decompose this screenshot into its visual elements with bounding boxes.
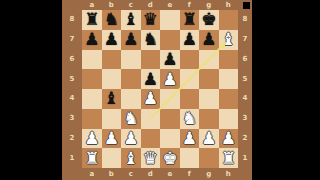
square-g4[interactable] [199,89,219,109]
square-e6[interactable]: ♟ [160,50,180,70]
square-a4[interactable] [82,89,102,109]
square-c8[interactable]: ♝ [121,10,141,30]
piece-white-bishop[interactable]: ♝ [221,30,236,49]
piece-black-knight[interactable]: ♞ [104,10,119,29]
square-c4[interactable] [121,89,141,109]
square-f7[interactable]: ♟ [180,30,200,50]
piece-white-rook[interactable]: ♜ [221,149,236,168]
square-b8[interactable]: ♞ [102,10,122,30]
square-h7[interactable]: ♝ [219,30,239,50]
piece-white-pawn[interactable]: ♟ [143,89,158,108]
square-f8[interactable]: ♜ [180,10,200,30]
piece-white-pawn[interactable]: ♟ [104,129,119,148]
piece-black-queen[interactable]: ♛ [143,10,158,29]
square-e7[interactable] [160,30,180,50]
square-g1[interactable] [199,148,219,168]
rank-labels-left: 87654321 [62,10,82,168]
square-h8[interactable] [219,10,239,30]
rank-label-4: 4 [62,89,82,109]
square-c6[interactable] [121,50,141,70]
square-g8[interactable]: ♚ [199,10,219,30]
file-label-c: c [121,168,141,180]
piece-black-bishop[interactable]: ♝ [123,10,138,29]
piece-black-pawn[interactable]: ♟ [201,30,216,49]
rank-label-1: 1 [62,148,82,168]
page-background: abcdefgh 87654321 ♜♞♝♛♜♚♟♟♟♞♟♟♝♟♟♟♝♟♞♞♟♟… [0,0,320,180]
square-f4[interactable] [180,89,200,109]
square-g5[interactable] [199,69,219,89]
piece-white-pawn[interactable]: ♟ [182,129,197,148]
square-g3[interactable] [199,109,219,129]
square-f3[interactable]: ♞ [180,109,200,129]
square-a8[interactable]: ♜ [82,10,102,30]
square-f6[interactable] [180,50,200,70]
rank-label-6: 6 [238,50,252,70]
rank-label-1: 1 [238,148,252,168]
square-f2[interactable]: ♟ [180,129,200,149]
piece-black-pawn[interactable]: ♟ [84,30,99,49]
piece-white-knight[interactable]: ♞ [123,109,138,128]
square-b1[interactable] [102,148,122,168]
square-e3[interactable] [160,109,180,129]
square-g6[interactable] [199,50,219,70]
square-h1[interactable]: ♜ [219,148,239,168]
square-e2[interactable] [160,129,180,149]
piece-white-queen[interactable]: ♛ [143,149,158,168]
square-c5[interactable] [121,69,141,89]
file-label-e: e [160,168,180,180]
piece-white-pawn[interactable]: ♟ [162,70,177,89]
square-h5[interactable] [219,69,239,89]
side-to-move-indicator [243,2,250,9]
square-c3[interactable]: ♞ [121,109,141,129]
square-b5[interactable] [102,69,122,89]
square-d4[interactable]: ♟ [141,89,161,109]
rank-label-7: 7 [238,30,252,50]
piece-black-pawn[interactable]: ♟ [143,70,158,89]
square-b2[interactable]: ♟ [102,129,122,149]
square-f5[interactable] [180,69,200,89]
file-label-h: h [219,168,239,180]
file-label-h: h [219,0,239,10]
rank-label-5: 5 [238,69,252,89]
piece-black-king[interactable]: ♚ [201,10,216,29]
rank-label-7: 7 [62,30,82,50]
piece-black-rook[interactable]: ♜ [84,10,99,29]
square-g7[interactable]: ♟ [199,30,219,50]
rank-label-4: 4 [238,89,252,109]
square-a1[interactable]: ♜ [82,148,102,168]
square-e1[interactable]: ♚ [160,148,180,168]
piece-white-pawn[interactable]: ♟ [221,129,236,148]
square-b6[interactable] [102,50,122,70]
piece-black-bishop[interactable]: ♝ [104,89,119,108]
square-a6[interactable] [82,50,102,70]
square-h2[interactable]: ♟ [219,129,239,149]
piece-black-knight[interactable]: ♞ [143,30,158,49]
square-g2[interactable]: ♟ [199,129,219,149]
piece-black-pawn[interactable]: ♟ [104,30,119,49]
piece-black-pawn[interactable]: ♟ [123,30,138,49]
square-b4[interactable]: ♝ [102,89,122,109]
square-b7[interactable]: ♟ [102,30,122,50]
rank-label-2: 2 [62,129,82,149]
rank-labels-right: 87654321 [238,10,252,168]
square-h6[interactable] [219,50,239,70]
square-d5[interactable]: ♟ [141,69,161,89]
piece-white-pawn[interactable]: ♟ [201,129,216,148]
square-a7[interactable]: ♟ [82,30,102,50]
rank-label-2: 2 [238,129,252,149]
square-d8[interactable]: ♛ [141,10,161,30]
piece-white-rook[interactable]: ♜ [84,149,99,168]
piece-black-pawn[interactable]: ♟ [182,30,197,49]
square-d6[interactable] [141,50,161,70]
file-label-b: b [102,168,122,180]
square-e8[interactable] [160,10,180,30]
rank-label-3: 3 [62,109,82,129]
square-e5[interactable]: ♟ [160,69,180,89]
square-c2[interactable]: ♟ [121,129,141,149]
square-a5[interactable] [82,69,102,89]
piece-black-pawn[interactable]: ♟ [162,50,177,69]
file-label-d: d [141,168,161,180]
file-label-a: a [82,168,102,180]
chess-board: abcdefgh 87654321 ♜♞♝♛♜♚♟♟♟♞♟♟♝♟♟♟♝♟♞♞♟♟… [62,0,252,180]
square-d2[interactable] [141,129,161,149]
square-f1[interactable] [180,148,200,168]
square-d7[interactable]: ♞ [141,30,161,50]
file-label-f: f [180,168,200,180]
rank-label-8: 8 [238,10,252,30]
square-e4[interactable] [160,89,180,109]
square-h4[interactable] [219,89,239,109]
square-d3[interactable] [141,109,161,129]
rank-label-5: 5 [62,69,82,89]
piece-white-pawn[interactable]: ♟ [84,129,99,148]
rank-label-8: 8 [62,10,82,30]
square-a3[interactable] [82,109,102,129]
file-label-e: e [160,0,180,10]
rank-label-6: 6 [62,50,82,70]
board-squares: ♜♞♝♛♜♚♟♟♟♞♟♟♝♟♟♟♝♟♞♞♟♟♟♟♟♟♜♝♛♚♜ [82,10,238,168]
square-h3[interactable] [219,109,239,129]
square-d1[interactable]: ♛ [141,148,161,168]
square-a2[interactable]: ♟ [82,129,102,149]
piece-white-knight[interactable]: ♞ [182,109,197,128]
piece-white-pawn[interactable]: ♟ [123,129,138,148]
rank-label-3: 3 [238,109,252,129]
piece-black-rook[interactable]: ♜ [182,10,197,29]
square-c7[interactable]: ♟ [121,30,141,50]
file-label-g: g [199,168,219,180]
square-c1[interactable]: ♝ [121,148,141,168]
square-b3[interactable] [102,109,122,129]
file-labels-bottom: abcdefgh [82,168,238,180]
piece-white-king[interactable]: ♚ [162,149,177,168]
piece-white-bishop[interactable]: ♝ [123,149,138,168]
